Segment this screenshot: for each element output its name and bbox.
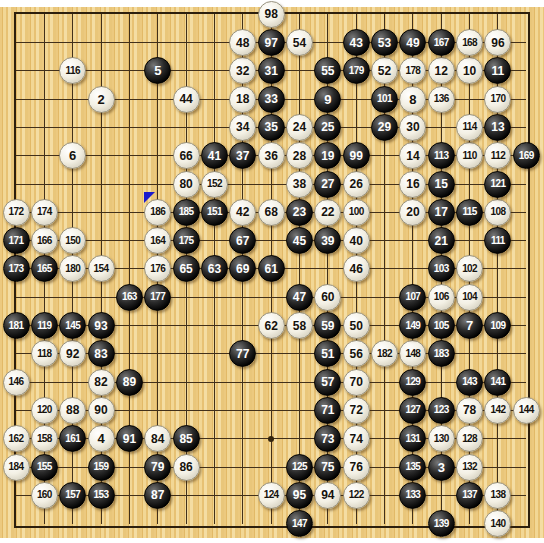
stone-15-black: 15 <box>428 171 455 198</box>
stone-135-black: 135 <box>399 454 426 481</box>
stone-106-white: 106 <box>428 284 455 311</box>
stone-132-white: 132 <box>456 454 483 481</box>
stone-151-black: 151 <box>201 199 228 226</box>
stone-118-white: 118 <box>31 340 58 367</box>
stone-168-white: 168 <box>456 29 483 56</box>
stone-133-black: 133 <box>399 482 426 509</box>
stone-174-white: 174 <box>31 199 58 226</box>
stone-179-black: 179 <box>343 57 370 84</box>
stone-86-white: 86 <box>173 454 200 481</box>
stone-162-white: 162 <box>3 425 30 452</box>
stone-143-black: 143 <box>456 369 483 396</box>
stone-27-black: 27 <box>314 171 341 198</box>
stone-144-white: 144 <box>513 397 540 424</box>
stone-12-white: 12 <box>428 57 455 84</box>
stone-101-black: 101 <box>371 86 398 113</box>
stone-70-white: 70 <box>343 369 370 396</box>
go-board[interactable]: 2345678910111213141516171819202122232425… <box>0 7 544 538</box>
stone-129-black: 129 <box>399 369 426 396</box>
stone-183-black: 183 <box>428 340 455 367</box>
stone-171-black: 171 <box>3 227 30 254</box>
stone-89-black: 89 <box>116 369 143 396</box>
stone-53-black: 53 <box>371 29 398 56</box>
stone-125-black: 125 <box>286 454 313 481</box>
stone-172-white: 172 <box>3 199 30 226</box>
stone-93-black: 93 <box>88 312 115 339</box>
stone-2-white: 2 <box>88 86 115 113</box>
stone-76-white: 76 <box>343 454 370 481</box>
stone-158-white: 158 <box>31 425 58 452</box>
stone-160-white: 160 <box>31 482 58 509</box>
stone-155-black: 155 <box>31 454 58 481</box>
stone-185-black: 185 <box>173 199 200 226</box>
stone-66-white: 66 <box>173 142 200 169</box>
stone-154-white: 154 <box>88 255 115 282</box>
stone-20-white: 20 <box>399 199 426 226</box>
stone-140-white: 140 <box>484 510 511 537</box>
stone-145-black: 145 <box>59 312 86 339</box>
stone-74-white: 74 <box>343 425 370 452</box>
stone-16-white: 16 <box>399 171 426 198</box>
stone-95-black: 95 <box>286 482 313 509</box>
stone-114-white: 114 <box>456 114 483 141</box>
stone-42-white: 42 <box>229 199 256 226</box>
stone-122-white: 122 <box>343 482 370 509</box>
stone-181-black: 181 <box>3 312 30 339</box>
stone-90-white: 90 <box>88 397 115 424</box>
stone-56-white: 56 <box>343 340 370 367</box>
stone-146-white: 146 <box>3 369 30 396</box>
stone-94-white: 94 <box>314 482 341 509</box>
stone-3-black: 3 <box>428 454 455 481</box>
stone-167-black: 167 <box>428 29 455 56</box>
stone-175-black: 175 <box>173 227 200 254</box>
stone-159-black: 159 <box>88 454 115 481</box>
stone-170-white: 170 <box>484 86 511 113</box>
stone-62-white: 62 <box>258 312 285 339</box>
stone-163-black: 163 <box>116 284 143 311</box>
stone-72-white: 72 <box>343 397 370 424</box>
stone-28-white: 28 <box>286 142 313 169</box>
stone-35-black: 35 <box>258 114 285 141</box>
stone-9-black: 9 <box>314 86 341 113</box>
stone-36-white: 36 <box>258 142 285 169</box>
grid-line-vertical <box>299 14 300 523</box>
stone-33-black: 33 <box>258 86 285 113</box>
stone-186-white: 186 <box>144 199 171 226</box>
stone-50-white: 50 <box>343 312 370 339</box>
stone-139-black: 139 <box>428 510 455 537</box>
stone-173-black: 173 <box>3 255 30 282</box>
stone-136-white: 136 <box>428 86 455 113</box>
stone-22-white: 22 <box>314 199 341 226</box>
stone-88-white: 88 <box>59 397 86 424</box>
go-game-diagram: 2345678910111213141516171819202122232425… <box>0 0 544 543</box>
stone-43-black: 43 <box>343 29 370 56</box>
stone-87-black: 87 <box>144 482 171 509</box>
stone-100-white: 100 <box>343 199 370 226</box>
stone-119-black: 119 <box>31 312 58 339</box>
stone-91-black: 91 <box>116 425 143 452</box>
stone-45-black: 45 <box>286 227 313 254</box>
stone-41-black: 41 <box>201 142 228 169</box>
stone-7-black: 7 <box>456 312 483 339</box>
stone-124-white: 124 <box>258 482 285 509</box>
stone-123-black: 123 <box>428 397 455 424</box>
stone-141-black: 141 <box>484 369 511 396</box>
stone-130-white: 130 <box>428 425 455 452</box>
stone-40-white: 40 <box>343 227 370 254</box>
stone-18-white: 18 <box>229 86 256 113</box>
stone-61-black: 61 <box>258 255 285 282</box>
star-point <box>268 436 274 442</box>
stone-166-white: 166 <box>31 227 58 254</box>
stone-57-black: 57 <box>314 369 341 396</box>
stone-97-black: 97 <box>258 29 285 56</box>
stone-24-white: 24 <box>286 114 313 141</box>
stone-75-black: 75 <box>314 454 341 481</box>
stone-104-white: 104 <box>456 284 483 311</box>
stone-79-black: 79 <box>144 454 171 481</box>
stone-44-white: 44 <box>173 86 200 113</box>
stone-83-black: 83 <box>88 340 115 367</box>
stone-46-white: 46 <box>343 255 370 282</box>
stone-82-white: 82 <box>88 369 115 396</box>
stone-85-black: 85 <box>173 425 200 452</box>
stone-54-white: 54 <box>286 29 313 56</box>
stone-107-black: 107 <box>399 284 426 311</box>
stone-34-white: 34 <box>229 114 256 141</box>
stone-26-white: 26 <box>343 171 370 198</box>
stone-78-white: 78 <box>456 397 483 424</box>
stone-105-black: 105 <box>428 312 455 339</box>
stone-147-black: 147 <box>286 510 313 537</box>
stone-113-black: 113 <box>428 142 455 169</box>
stone-120-white: 120 <box>31 397 58 424</box>
stone-38-white: 38 <box>286 171 313 198</box>
stone-137-black: 137 <box>456 482 483 509</box>
stone-60-white: 60 <box>314 284 341 311</box>
stone-103-black: 103 <box>428 255 455 282</box>
stone-31-black: 31 <box>258 57 285 84</box>
stone-152-white: 152 <box>201 171 228 198</box>
stone-68-white: 68 <box>258 199 285 226</box>
stone-29-black: 29 <box>371 114 398 141</box>
stone-99-black: 99 <box>343 142 370 169</box>
stone-184-white: 184 <box>3 454 30 481</box>
stone-58-white: 58 <box>286 312 313 339</box>
stone-8-white: 8 <box>399 86 426 113</box>
stone-65-black: 65 <box>173 255 200 282</box>
stone-98-white: 98 <box>258 1 285 28</box>
stone-157-black: 157 <box>59 482 86 509</box>
stone-80-white: 80 <box>173 171 200 198</box>
stone-169-black: 169 <box>513 142 540 169</box>
stone-17-black: 17 <box>428 199 455 226</box>
stone-177-black: 177 <box>144 284 171 311</box>
stone-23-black: 23 <box>286 199 313 226</box>
stone-4-white: 4 <box>88 425 115 452</box>
stone-21-black: 21 <box>428 227 455 254</box>
stone-121-black: 121 <box>484 171 511 198</box>
stone-153-black: 153 <box>88 482 115 509</box>
stone-115-black: 115 <box>456 199 483 226</box>
stone-47-black: 47 <box>286 284 313 311</box>
